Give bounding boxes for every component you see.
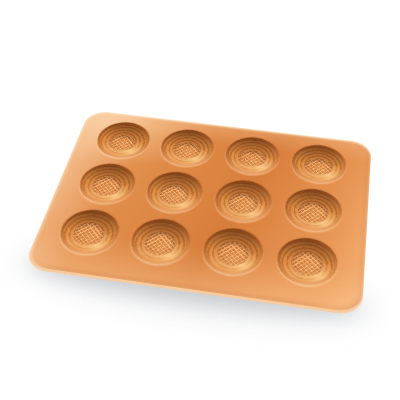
cup-wall-rings-texture	[278, 237, 336, 286]
muffin-cup-r2c1	[73, 161, 141, 207]
cup-cell	[138, 168, 210, 217]
cup-bottom-waffle-texture	[69, 221, 108, 247]
cup-bottom-waffle-texture	[89, 175, 124, 197]
muffin-cup-r2c4	[282, 186, 344, 235]
muffin-cup-r3c2	[125, 216, 195, 268]
cup-wall-rings-texture	[95, 122, 152, 159]
muffin-cup-r1c1	[91, 120, 154, 161]
muffin-cup-r1c2	[156, 127, 218, 169]
cup-bottom-waffle-texture	[226, 192, 259, 215]
cup-bottom-waffle-texture	[107, 134, 138, 152]
cup-wall-rings-texture	[293, 145, 345, 184]
cup-bottom-waffle-texture	[141, 230, 179, 257]
cup-cell	[70, 160, 144, 208]
cup-cell	[50, 206, 129, 259]
cup-cell	[279, 185, 347, 236]
muffin-cup-r3c1	[53, 207, 125, 258]
cup-cell	[88, 119, 157, 162]
cup-cell	[153, 126, 221, 170]
cup-wall-rings-texture	[202, 228, 263, 276]
cup-cell	[219, 134, 285, 179]
muffin-cup-r1c3	[222, 135, 282, 178]
cup-wall-rings-texture	[214, 180, 271, 222]
muffin-cup-r1c4	[289, 142, 347, 186]
cup-bottom-waffle-texture	[237, 149, 267, 167]
cup-cell	[270, 233, 342, 290]
cup-cell	[208, 176, 278, 226]
cup-wall-rings-texture	[225, 137, 279, 175]
cup-wall-rings-texture	[285, 188, 340, 231]
cup-cell	[122, 215, 199, 270]
cup-wall-rings-texture	[159, 129, 214, 166]
cup-bottom-waffle-texture	[297, 201, 329, 224]
cup-bottom-waffle-texture	[214, 240, 251, 267]
product-photo-stage	[0, 0, 400, 400]
muffin-cup-r2c2	[141, 169, 207, 216]
cup-cell	[286, 141, 350, 187]
cup-wall-rings-texture	[129, 218, 192, 265]
cup-bottom-waffle-texture	[157, 183, 191, 205]
muffin-cup-r3c4	[274, 235, 339, 289]
cup-bottom-waffle-texture	[289, 250, 325, 278]
cup-wall-rings-texture	[57, 209, 121, 255]
muffin-cup-r2c3	[211, 177, 275, 225]
cup-grid	[50, 119, 351, 291]
cup-bottom-waffle-texture	[171, 141, 202, 159]
cup-cell	[195, 224, 269, 280]
muffin-cup-r3c3	[199, 225, 267, 278]
cup-wall-rings-texture	[145, 171, 204, 213]
cup-wall-rings-texture	[77, 163, 137, 204]
cup-bottom-waffle-texture	[304, 157, 333, 176]
